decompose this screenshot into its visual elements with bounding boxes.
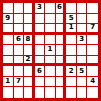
cell-r2c8[interactable] [77,14,88,25]
given-digit: 2 [69,68,74,75]
cell-r8c7[interactable] [66,77,77,88]
given-digit: 4 [90,78,95,85]
cell-r1c1[interactable] [3,3,14,14]
sudoku-board: 36951768312625174 [0,0,101,101]
cell-r5c9[interactable] [87,45,98,56]
cell-r6c1[interactable] [3,56,14,67]
cell-r9c6[interactable] [56,87,67,98]
cell-r1c9[interactable] [87,3,98,14]
cell-r4c4[interactable] [35,35,46,46]
given-digit: 2 [25,56,30,63]
cell-r7c7[interactable]: 2 [66,66,77,77]
cell-r4c2[interactable]: 6 [14,35,25,46]
cell-r8c2[interactable]: 7 [14,77,25,88]
cell-r8c4[interactable] [35,77,46,88]
cell-r2c1[interactable]: 9 [3,14,14,25]
cell-r7c1[interactable] [3,66,14,77]
given-digit: 9 [5,15,10,22]
cell-r3c4[interactable] [35,24,46,35]
cell-r4c5[interactable] [45,35,56,46]
cell-r1c3[interactable] [24,3,35,14]
cell-r4c3[interactable]: 8 [24,35,35,46]
cell-r4c8[interactable]: 3 [77,35,88,46]
given-digit: 8 [25,36,30,43]
cell-r3c8[interactable] [77,24,88,35]
cell-r9c3[interactable] [24,87,35,98]
cell-r7c3[interactable] [24,66,35,77]
cell-r3c6[interactable] [56,24,67,35]
cell-r1c7[interactable] [66,3,77,14]
cell-r6c8[interactable] [77,56,88,67]
cell-r6c6[interactable] [56,56,67,67]
cell-r9c8[interactable] [77,87,88,98]
cell-r3c7[interactable]: 1 [66,24,77,35]
cell-r2c4[interactable] [35,14,46,25]
cell-r6c4[interactable] [35,56,46,67]
given-digit: 6 [16,36,21,43]
cell-r1c8[interactable] [77,3,88,14]
cell-r7c2[interactable] [14,66,25,77]
cell-r9c7[interactable] [66,87,77,98]
cell-r3c1[interactable] [3,24,14,35]
cell-r2c2[interactable] [14,14,25,25]
cell-r8c5[interactable] [45,77,56,88]
given-digit: 7 [16,78,21,85]
cell-r6c3[interactable]: 2 [24,56,35,67]
cell-r5c4[interactable] [35,45,46,56]
cell-r4c9[interactable] [87,35,98,46]
cell-r1c4[interactable]: 3 [35,3,46,14]
cell-r6c9[interactable] [87,56,98,67]
cell-r7c5[interactable] [45,66,56,77]
cell-r8c3[interactable] [24,77,35,88]
cell-r1c2[interactable] [14,3,25,14]
cell-r1c6[interactable]: 6 [56,3,67,14]
cell-r9c2[interactable] [14,87,25,98]
cell-r8c8[interactable] [77,77,88,88]
cell-r7c6[interactable] [56,66,67,77]
cell-r4c1[interactable] [3,35,14,46]
cell-r5c8[interactable] [77,45,88,56]
given-digit: 1 [69,24,74,31]
cell-r2c5[interactable] [45,14,56,25]
cell-r5c1[interactable] [3,45,14,56]
cell-r7c4[interactable]: 6 [35,66,46,77]
given-digit: 5 [69,15,74,22]
cell-r3c5[interactable] [45,24,56,35]
cell-r2c3[interactable] [24,14,35,25]
given-digit: 5 [79,68,84,75]
cell-r4c7[interactable] [66,35,77,46]
cell-r5c2[interactable] [14,45,25,56]
cell-r3c9[interactable]: 7 [87,24,98,35]
cell-r9c1[interactable] [3,87,14,98]
given-digit: 3 [79,36,84,43]
cell-r7c8[interactable]: 5 [77,66,88,77]
cell-r2c6[interactable] [56,14,67,25]
cell-r3c3[interactable] [24,24,35,35]
cell-r9c9[interactable] [87,87,98,98]
cell-r4c6[interactable] [56,35,67,46]
cell-r6c2[interactable] [14,56,25,67]
cell-r5c7[interactable] [66,45,77,56]
cell-r5c6[interactable] [56,45,67,56]
cell-r6c5[interactable] [45,56,56,67]
cell-r5c5[interactable]: 1 [45,45,56,56]
given-digit: 7 [90,24,95,31]
cell-r3c2[interactable] [14,24,25,35]
cell-r9c5[interactable] [45,87,56,98]
cell-r6c7[interactable] [66,56,77,67]
cell-r1c5[interactable] [45,3,56,14]
given-digit: 1 [5,78,10,85]
given-digit: 6 [37,68,42,75]
given-digit: 3 [37,4,42,11]
given-digit: 6 [57,4,62,11]
given-digit: 1 [48,46,53,53]
cell-r9c4[interactable] [35,87,46,98]
cell-r8c9[interactable]: 4 [87,77,98,88]
cell-r7c9[interactable] [87,66,98,77]
cell-r8c6[interactable] [56,77,67,88]
cell-r8c1[interactable]: 1 [3,77,14,88]
